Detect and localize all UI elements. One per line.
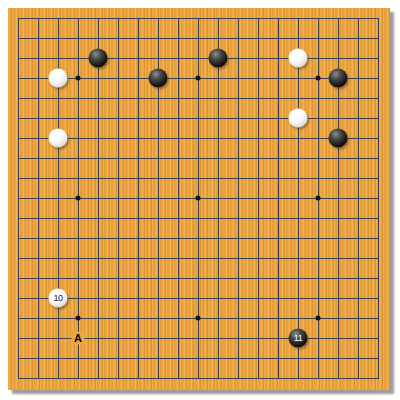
star-point <box>196 316 201 321</box>
white-stone <box>49 69 68 88</box>
grid-line-vertical <box>278 18 279 379</box>
grid-line-vertical <box>298 18 299 379</box>
white-stone: 10 <box>49 289 68 308</box>
black-stone <box>329 69 348 88</box>
go-board: 1110A <box>8 8 390 390</box>
star-point <box>196 196 201 201</box>
grid-line-horizontal <box>18 358 379 359</box>
black-stone <box>209 49 228 68</box>
grid-line-horizontal <box>18 278 379 279</box>
grid-line-vertical <box>218 18 219 379</box>
star-point <box>76 76 81 81</box>
grid-line-vertical <box>238 18 239 379</box>
grid-line-horizontal <box>18 378 379 379</box>
black-stone <box>89 49 108 68</box>
black-stone: 11 <box>289 329 308 348</box>
grid-line-vertical <box>258 18 259 379</box>
star-point <box>316 316 321 321</box>
grid-line-vertical <box>358 18 359 379</box>
star-point <box>316 76 321 81</box>
grid-line-vertical <box>378 18 379 379</box>
black-stone <box>149 69 168 88</box>
black-stone <box>329 129 348 148</box>
star-point <box>196 76 201 81</box>
grid-line-horizontal <box>18 258 379 259</box>
grid-line-horizontal <box>18 218 379 219</box>
star-point <box>316 196 321 201</box>
annotation-label-a: A <box>72 332 85 345</box>
move-number-label: 10 <box>53 294 62 303</box>
white-stone <box>289 49 308 68</box>
star-point <box>76 196 81 201</box>
move-number-label: 11 <box>294 334 302 343</box>
white-stone <box>49 129 68 148</box>
diagram-page: 1110A <box>0 0 400 400</box>
white-stone <box>289 109 308 128</box>
grid-line-horizontal <box>18 238 379 239</box>
star-point <box>76 316 81 321</box>
grid-line-horizontal <box>18 298 379 299</box>
